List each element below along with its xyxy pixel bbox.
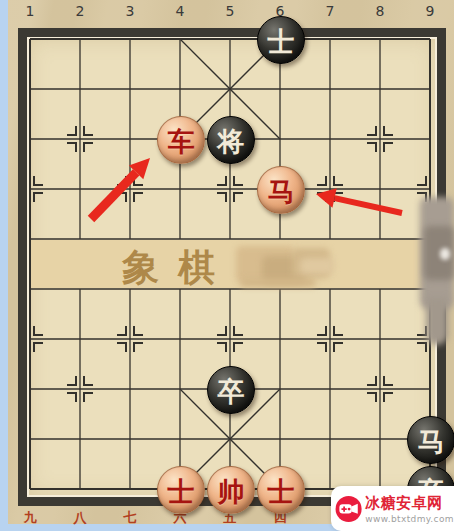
piece-red-horse[interactable]: 马 (257, 166, 305, 214)
piece-glyph: 车 (168, 128, 195, 155)
piece-glyph: 马 (418, 428, 445, 455)
site-logo-gamepad-icon (335, 492, 362, 526)
piece-black-soldier[interactable]: 卒 (207, 366, 255, 414)
piece-glyph: 将 (218, 128, 245, 155)
piece-glyph: 马 (268, 178, 295, 205)
piece-black-horse[interactable]: 马 (407, 416, 454, 464)
xiangqi-puzzle-screenshot: 象 棋 士车将马卒马卒士帅士 123456789九八七六五四 冰糖安卓网 www… (0, 0, 454, 531)
river-watermark-blur (300, 258, 334, 274)
board-grid (0, 0, 454, 531)
river-watermark-blur (240, 278, 316, 287)
watermark-texts: 冰糖安卓网 www.btxtdmy.com (365, 494, 454, 524)
piece-red-advisor-right[interactable]: 士 (257, 466, 305, 514)
piece-red-general[interactable]: 帅 (207, 466, 255, 514)
piece-red-advisor-left[interactable]: 士 (157, 466, 205, 514)
piece-black-advisor[interactable]: 士 (257, 16, 305, 64)
piece-glyph: 帅 (218, 478, 245, 505)
piece-glyph: 士 (268, 478, 295, 505)
piece-glyph: 士 (168, 478, 195, 505)
watermark-badge: 冰糖安卓网 www.btxtdmy.com (331, 486, 454, 531)
piece-glyph: 卒 (218, 378, 245, 405)
watermark-site-name: 冰糖安卓网 (365, 494, 454, 513)
piece-glyph: 士 (268, 28, 295, 55)
piece-black-general[interactable]: 将 (207, 116, 255, 164)
right-edge-watermark-blur (426, 298, 448, 345)
piece-red-chariot[interactable]: 车 (157, 116, 205, 164)
watermark-site-url: www.btxtdmy.com (365, 514, 454, 524)
right-edge-watermark-blur (440, 248, 450, 260)
